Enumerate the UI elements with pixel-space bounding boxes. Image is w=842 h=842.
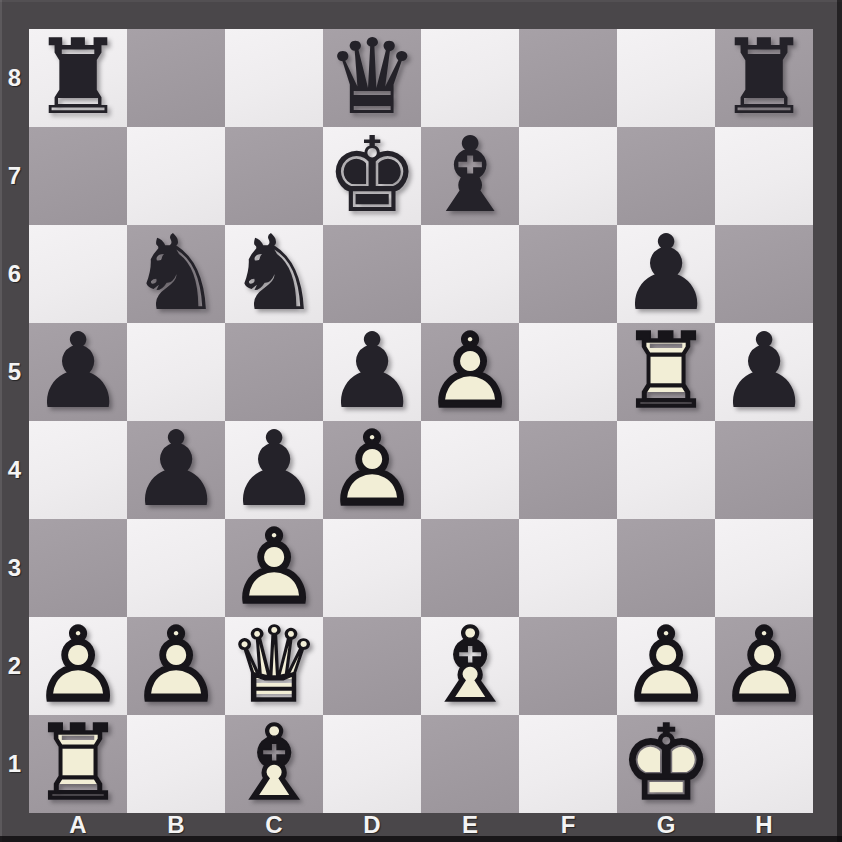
square-e1[interactable] (421, 715, 519, 813)
square-c3[interactable]: ♟♙ (225, 519, 323, 617)
square-a1[interactable]: ♜♖ (29, 715, 127, 813)
piece-white-pawn[interactable]: ♟♙ (127, 617, 225, 715)
file-label-b: B (127, 813, 225, 836)
chess-board: ♜♛♜♚♝♞♞♟♟♟♟♙♜♖♟♟♟♟♙♟♙♟♙♟♙♛♕♝♗♟♙♟♙♜♖♝♗♚♔ (29, 29, 813, 813)
square-c5[interactable] (225, 323, 323, 421)
white-bishop-outline-icon: ♗ (225, 715, 323, 813)
square-d5[interactable]: ♟ (323, 323, 421, 421)
square-h4[interactable] (715, 421, 813, 519)
square-g7[interactable] (617, 127, 715, 225)
square-b1[interactable] (127, 715, 225, 813)
square-a7[interactable] (29, 127, 127, 225)
white-pawn-outline-icon: ♙ (29, 617, 127, 715)
square-h8[interactable]: ♜ (715, 29, 813, 127)
black-pawn-icon: ♟ (323, 323, 421, 421)
file-label-a: A (29, 813, 127, 836)
square-h6[interactable] (715, 225, 813, 323)
piece-black-knight[interactable]: ♞ (225, 225, 323, 323)
square-b5[interactable] (127, 323, 225, 421)
square-a5[interactable]: ♟ (29, 323, 127, 421)
rank-label-5: 5 (0, 323, 29, 421)
rank-label-3: 3 (0, 519, 29, 617)
square-d7[interactable]: ♚ (323, 127, 421, 225)
square-g2[interactable]: ♟♙ (617, 617, 715, 715)
piece-white-bishop[interactable]: ♝♗ (225, 715, 323, 813)
rank-label-7: 7 (0, 127, 29, 225)
file-labels: ABCDEFGH (29, 813, 813, 836)
rank-label-6: 6 (0, 225, 29, 323)
board-frame: ♜♛♜♚♝♞♞♟♟♟♟♙♜♖♟♟♟♟♙♟♙♟♙♟♙♛♕♝♗♟♙♟♙♜♖♝♗♚♔ … (0, 0, 842, 842)
piece-white-pawn[interactable]: ♟♙ (421, 323, 519, 421)
square-f4[interactable] (519, 421, 617, 519)
piece-white-pawn[interactable]: ♟♙ (29, 617, 127, 715)
piece-black-pawn[interactable]: ♟ (29, 323, 127, 421)
rank-labels: 87654321 (0, 29, 29, 813)
square-f6[interactable] (519, 225, 617, 323)
file-label-d: D (323, 813, 421, 836)
square-e7[interactable]: ♝ (421, 127, 519, 225)
black-knight-icon: ♞ (225, 225, 323, 323)
rank-label-8: 8 (0, 29, 29, 127)
square-g5[interactable]: ♜♖ (617, 323, 715, 421)
square-c8[interactable] (225, 29, 323, 127)
square-d4[interactable]: ♟♙ (323, 421, 421, 519)
square-g8[interactable] (617, 29, 715, 127)
square-g4[interactable] (617, 421, 715, 519)
white-rook-outline-icon: ♖ (617, 323, 715, 421)
piece-white-rook[interactable]: ♜♖ (29, 715, 127, 813)
square-f2[interactable] (519, 617, 617, 715)
piece-black-rook[interactable]: ♜ (29, 29, 127, 127)
square-a8[interactable]: ♜ (29, 29, 127, 127)
square-c2[interactable]: ♛♕ (225, 617, 323, 715)
square-e5[interactable]: ♟♙ (421, 323, 519, 421)
black-queen-icon: ♛ (323, 29, 421, 127)
square-e4[interactable] (421, 421, 519, 519)
file-label-e: E (421, 813, 519, 836)
square-d2[interactable] (323, 617, 421, 715)
square-b6[interactable]: ♞ (127, 225, 225, 323)
black-rook-icon: ♜ (29, 29, 127, 127)
square-d1[interactable] (323, 715, 421, 813)
black-pawn-icon: ♟ (127, 421, 225, 519)
piece-black-pawn[interactable]: ♟ (715, 323, 813, 421)
black-pawn-icon: ♟ (715, 323, 813, 421)
rank-label-2: 2 (0, 617, 29, 715)
white-rook-outline-icon: ♖ (29, 715, 127, 813)
piece-white-bishop[interactable]: ♝♗ (421, 617, 519, 715)
rank-label-1: 1 (0, 715, 29, 813)
square-h5[interactable]: ♟ (715, 323, 813, 421)
white-bishop-outline-icon: ♗ (421, 617, 519, 715)
black-pawn-icon: ♟ (29, 323, 127, 421)
square-e2[interactable]: ♝♗ (421, 617, 519, 715)
square-g1[interactable]: ♚♔ (617, 715, 715, 813)
white-pawn-outline-icon: ♙ (323, 421, 421, 519)
square-g6[interactable]: ♟ (617, 225, 715, 323)
square-c1[interactable]: ♝♗ (225, 715, 323, 813)
black-pawn-icon: ♟ (225, 421, 323, 519)
piece-white-king[interactable]: ♚♔ (617, 715, 715, 813)
square-e6[interactable] (421, 225, 519, 323)
piece-white-pawn[interactable]: ♟♙ (617, 617, 715, 715)
black-bishop-icon: ♝ (421, 127, 519, 225)
square-b2[interactable]: ♟♙ (127, 617, 225, 715)
piece-black-queen[interactable]: ♛ (323, 29, 421, 127)
square-d3[interactable] (323, 519, 421, 617)
file-label-g: G (617, 813, 715, 836)
square-h7[interactable] (715, 127, 813, 225)
square-f8[interactable] (519, 29, 617, 127)
white-pawn-outline-icon: ♙ (715, 617, 813, 715)
square-f7[interactable] (519, 127, 617, 225)
piece-black-bishop[interactable]: ♝ (421, 127, 519, 225)
black-king-icon: ♚ (323, 127, 421, 225)
square-a2[interactable]: ♟♙ (29, 617, 127, 715)
white-king-outline-icon: ♔ (617, 715, 715, 813)
square-d8[interactable]: ♛ (323, 29, 421, 127)
square-f3[interactable] (519, 519, 617, 617)
square-c4[interactable]: ♟ (225, 421, 323, 519)
white-pawn-outline-icon: ♙ (617, 617, 715, 715)
square-f5[interactable] (519, 323, 617, 421)
piece-white-queen[interactable]: ♛♕ (225, 617, 323, 715)
piece-black-king[interactable]: ♚ (323, 127, 421, 225)
piece-white-pawn[interactable]: ♟♙ (715, 617, 813, 715)
file-label-c: C (225, 813, 323, 836)
square-a3[interactable] (29, 519, 127, 617)
square-a6[interactable] (29, 225, 127, 323)
white-queen-outline-icon: ♕ (225, 617, 323, 715)
square-a4[interactable] (29, 421, 127, 519)
white-pawn-outline-icon: ♙ (225, 519, 323, 617)
square-d6[interactable] (323, 225, 421, 323)
black-pawn-icon: ♟ (617, 225, 715, 323)
piece-black-pawn[interactable]: ♟ (127, 421, 225, 519)
piece-black-rook[interactable]: ♜ (715, 29, 813, 127)
square-h2[interactable]: ♟♙ (715, 617, 813, 715)
square-e3[interactable] (421, 519, 519, 617)
piece-black-pawn[interactable]: ♟ (225, 421, 323, 519)
piece-black-pawn[interactable]: ♟ (323, 323, 421, 421)
square-c6[interactable]: ♞ (225, 225, 323, 323)
square-c7[interactable] (225, 127, 323, 225)
square-f1[interactable] (519, 715, 617, 813)
file-label-h: H (715, 813, 813, 836)
piece-white-pawn[interactable]: ♟♙ (225, 519, 323, 617)
black-rook-icon: ♜ (715, 29, 813, 127)
white-pawn-outline-icon: ♙ (421, 323, 519, 421)
square-h3[interactable] (715, 519, 813, 617)
file-label-f: F (519, 813, 617, 836)
square-b3[interactable] (127, 519, 225, 617)
piece-black-pawn[interactable]: ♟ (617, 225, 715, 323)
white-pawn-outline-icon: ♙ (127, 617, 225, 715)
square-b4[interactable]: ♟ (127, 421, 225, 519)
square-b7[interactable] (127, 127, 225, 225)
rank-label-4: 4 (0, 421, 29, 519)
square-h1[interactable] (715, 715, 813, 813)
piece-white-pawn[interactable]: ♟♙ (323, 421, 421, 519)
square-g3[interactable] (617, 519, 715, 617)
square-e8[interactable] (421, 29, 519, 127)
piece-white-rook[interactable]: ♜♖ (617, 323, 715, 421)
square-b8[interactable] (127, 29, 225, 127)
piece-black-knight[interactable]: ♞ (127, 225, 225, 323)
black-knight-icon: ♞ (127, 225, 225, 323)
